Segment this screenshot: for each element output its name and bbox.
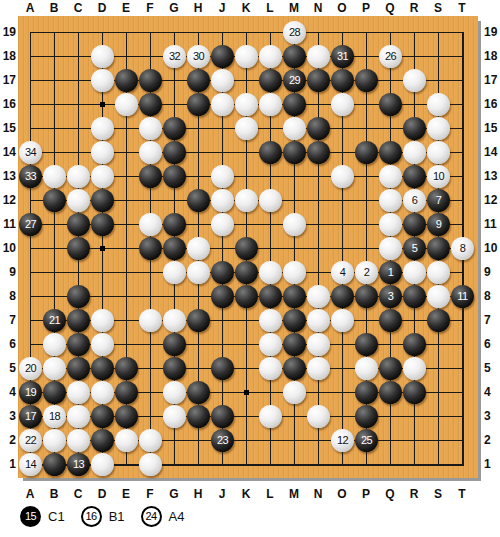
stone-K15 [235,117,258,140]
stone-L3 [259,405,282,428]
move-number: 29 [283,69,306,92]
stone-J8 [211,285,234,308]
col-label-bottom-J: J [214,487,230,501]
stone-H3 [187,405,210,428]
stone-M18 [283,45,306,68]
stone-M8 [283,285,306,308]
col-label-top-M: M [286,1,302,15]
stone-F16 [139,93,162,116]
stone-A13: 33 [19,165,42,188]
stone-S14 [427,141,450,164]
col-label-bottom-T: T [454,487,470,501]
col-label-bottom-F: F [142,487,158,501]
move-number: 27 [19,213,42,236]
move-number: 34 [19,141,42,164]
move-number: 9 [427,213,450,236]
move-number: 32 [163,45,186,68]
row-label-left-14: 14 [0,145,16,159]
star-point-D10 [100,246,105,251]
stone-D6 [91,333,114,356]
move-number: 22 [19,429,42,452]
stone-C8 [67,285,90,308]
stone-O8 [331,285,354,308]
stone-C11 [67,213,90,236]
row-label-left-8: 8 [0,289,16,303]
move-number: 33 [19,165,42,188]
stone-O17 [331,69,354,92]
col-label-bottom-Q: Q [382,487,398,501]
row-label-right-9: 9 [484,265,500,279]
stone-L5 [259,357,282,380]
stone-N3 [307,405,330,428]
stone-K18 [235,45,258,68]
stone-H9 [187,261,210,284]
stone-Q12 [379,189,402,212]
stone-H10 [187,237,210,260]
stone-N14 [307,141,330,164]
stone-D18 [91,45,114,68]
stone-S10 [427,237,450,260]
stone-M5 [283,357,306,380]
stone-Q11 [379,213,402,236]
col-label-top-H: H [190,1,206,15]
stone-F2 [139,429,162,452]
stone-O18: 31 [331,45,354,68]
stone-J5 [211,357,234,380]
stone-S11: 9 [427,213,450,236]
stone-C13 [67,165,90,188]
stone-A11: 27 [19,213,42,236]
move-number: 3 [379,285,402,308]
row-label-left-2: 2 [0,433,16,447]
stone-C12 [67,189,90,212]
stone-Q8: 3 [379,285,402,308]
stone-D7 [91,309,114,332]
stone-G18: 32 [163,45,186,68]
move-number: 31 [331,45,354,68]
stone-G5 [163,357,186,380]
col-label-bottom-R: R [406,487,422,501]
stone-F7 [139,309,162,332]
stone-F11 [139,213,162,236]
row-label-right-7: 7 [484,313,500,327]
stone-R8 [403,285,426,308]
stone-P2: 25 [355,429,378,452]
stone-H18: 30 [187,45,210,68]
stone-Q4 [379,381,402,404]
stone-E2 [115,429,138,452]
stone-L18 [259,45,282,68]
row-label-left-15: 15 [0,121,16,135]
move-number: 4 [331,261,354,284]
row-label-left-17: 17 [0,73,16,87]
row-label-left-3: 3 [0,409,16,423]
stone-G6 [163,333,186,356]
stone-B2 [43,429,66,452]
stone-S16 [427,93,450,116]
col-label-bottom-H: H [190,487,206,501]
stone-R17 [403,69,426,92]
row-label-right-15: 15 [484,121,500,135]
stone-G9 [163,261,186,284]
stone-N17 [307,69,330,92]
col-label-bottom-B: B [46,487,62,501]
stone-F13 [139,165,162,188]
stone-N8 [307,285,330,308]
row-label-right-13: 13 [484,169,500,183]
stone-D2 [91,429,114,452]
stone-G4 [163,381,186,404]
stone-J18 [211,45,234,68]
col-label-top-O: O [334,1,350,15]
stone-K16 [235,93,258,116]
row-label-left-11: 11 [0,217,16,231]
col-label-top-T: T [454,1,470,15]
stone-P17 [355,69,378,92]
col-label-top-K: K [238,1,254,15]
stone-F17 [139,69,162,92]
stone-G15 [163,117,186,140]
stone-N7 [307,309,330,332]
stone-S9 [427,261,450,284]
stone-J17 [211,69,234,92]
stone-O13 [331,165,354,188]
stone-M16 [283,93,306,116]
col-label-bottom-A: A [22,487,38,501]
stone-L7 [259,309,282,332]
stone-O9: 4 [331,261,354,284]
move-number: 7 [427,189,450,212]
caption-stone-16: 16 [81,506,102,527]
stone-B3: 18 [43,405,66,428]
stone-B5 [43,357,66,380]
stone-M15 [283,117,306,140]
stone-C1: 13 [67,453,90,476]
stone-H17 [187,69,210,92]
stone-K10 [235,237,258,260]
stone-L16 [259,93,282,116]
move-number: 17 [19,405,42,428]
stone-Q5 [379,357,402,380]
stone-R15 [403,117,426,140]
stone-S7 [427,309,450,332]
stone-M9 [283,261,306,284]
stone-K12 [235,189,258,212]
col-label-top-C: C [70,1,86,15]
stone-G13 [163,165,186,188]
stone-T10: 8 [451,237,474,260]
stone-H7 [187,309,210,332]
stone-R12: 6 [403,189,426,212]
col-label-top-S: S [430,1,446,15]
stone-J3 [211,405,234,428]
stone-S13: 10 [427,165,450,188]
stone-F15 [139,117,162,140]
row-label-left-13: 13 [0,169,16,183]
col-label-top-D: D [94,1,110,15]
caption-stone-15: 15 [20,506,41,527]
row-label-left-7: 7 [0,313,16,327]
caption-stone-24: 24 [141,506,162,527]
stone-F1 [139,453,162,476]
go-board[interactable]: 2832303126293433106727958421311212019171… [18,16,478,478]
stone-D3 [91,405,114,428]
stone-R11 [403,213,426,236]
stone-N5 [307,357,330,380]
stone-B4 [43,381,66,404]
stone-R5 [403,357,426,380]
stone-M6 [283,333,306,356]
col-label-bottom-E: E [118,487,134,501]
stone-S15 [427,117,450,140]
stone-C5 [67,357,90,380]
stone-E16 [115,93,138,116]
stone-J16 [211,93,234,116]
stone-D5 [91,357,114,380]
stone-Q18: 26 [379,45,402,68]
stone-C4 [67,381,90,404]
row-label-right-10: 10 [484,241,500,255]
move-number: 26 [379,45,402,68]
stone-T8: 11 [451,285,474,308]
col-label-top-F: F [142,1,158,15]
stone-D17 [91,69,114,92]
stone-O2: 12 [331,429,354,452]
col-label-top-B: B [46,1,62,15]
move-number: 30 [187,45,210,68]
stone-C3 [67,405,90,428]
stone-P9: 2 [355,261,378,284]
col-label-bottom-M: M [286,487,302,501]
stone-L12 [259,189,282,212]
row-label-right-19: 19 [484,25,500,39]
grid-line-h [30,32,464,33]
stone-N15 [307,117,330,140]
col-label-top-N: N [310,1,326,15]
stone-B1 [43,453,66,476]
row-label-right-18: 18 [484,49,500,63]
stone-G11 [163,213,186,236]
stone-C7 [67,309,90,332]
move-caption: 15C116B124A4 [20,504,200,528]
move-number: 1 [379,261,402,284]
star-point-D16 [100,102,105,107]
move-number: 13 [67,453,90,476]
stone-Q13 [379,165,402,188]
row-label-right-3: 3 [484,409,500,423]
stone-C6 [67,333,90,356]
stone-H16 [187,93,210,116]
stone-L8 [259,285,282,308]
row-label-left-4: 4 [0,385,16,399]
stone-R6 [403,333,426,356]
stone-L9 [259,261,282,284]
move-number: 18 [43,405,66,428]
stone-C2 [67,429,90,452]
stone-F14 [139,141,162,164]
row-label-right-4: 4 [484,385,500,399]
stone-G7 [163,309,186,332]
col-label-bottom-L: L [262,487,278,501]
go-diagram: 2832303126293433106727958421311212019171… [0,0,500,537]
stone-A3: 17 [19,405,42,428]
row-label-right-12: 12 [484,193,500,207]
move-number: 14 [19,453,42,476]
stone-D13 [91,165,114,188]
col-label-top-E: E [118,1,134,15]
stone-G14 [163,141,186,164]
stone-M4 [283,381,306,404]
stone-K9 [235,261,258,284]
stone-Q7 [379,309,402,332]
stone-E5 [115,357,138,380]
stone-D4 [91,381,114,404]
stone-F10 [139,237,162,260]
stone-Q14 [379,141,402,164]
col-label-top-P: P [358,1,374,15]
stone-K8 [235,285,258,308]
move-number: 6 [403,189,426,212]
col-label-top-J: J [214,1,230,15]
row-label-left-6: 6 [0,337,16,351]
row-label-left-18: 18 [0,49,16,63]
stone-B6 [43,333,66,356]
stone-J9 [211,261,234,284]
star-point-K4 [244,390,249,395]
stone-P3 [355,405,378,428]
row-label-right-16: 16 [484,97,500,111]
stone-D14 [91,141,114,164]
move-number: 8 [451,237,474,260]
col-label-top-L: L [262,1,278,15]
stone-P6 [355,333,378,356]
stone-A14: 34 [19,141,42,164]
stone-G10 [163,237,186,260]
stone-R10: 5 [403,237,426,260]
grid-line-v [318,32,319,466]
stone-R14 [403,141,426,164]
stone-A4: 19 [19,381,42,404]
col-label-bottom-S: S [430,487,446,501]
row-label-right-1: 1 [484,457,500,471]
stone-E17 [115,69,138,92]
row-label-left-12: 12 [0,193,16,207]
col-label-bottom-C: C [70,487,86,501]
row-label-left-5: 5 [0,361,16,375]
move-number: 12 [331,429,354,452]
stone-C10 [67,237,90,260]
move-number: 25 [355,429,378,452]
stone-J2: 23 [211,429,234,452]
stone-M7 [283,309,306,332]
row-label-right-2: 2 [484,433,500,447]
stone-M19: 28 [283,21,306,44]
stone-Q10 [379,237,402,260]
stone-D15 [91,117,114,140]
move-number: 5 [403,237,426,260]
stone-P4 [355,381,378,404]
stone-J12 [211,189,234,212]
stone-E3 [115,405,138,428]
row-label-right-17: 17 [484,73,500,87]
move-number: 11 [451,285,474,308]
stone-J11 [211,213,234,236]
move-number: 2 [355,261,378,284]
row-label-right-6: 6 [484,337,500,351]
stone-D1 [91,453,114,476]
stone-B13 [43,165,66,188]
row-label-left-1: 1 [0,457,16,471]
col-label-bottom-K: K [238,487,254,501]
stone-A5: 20 [19,357,42,380]
stone-P14 [355,141,378,164]
row-label-right-11: 11 [484,217,500,231]
stone-D12 [91,189,114,212]
stone-N6 [307,333,330,356]
move-number: 19 [19,381,42,404]
stone-L6 [259,333,282,356]
move-number: 28 [283,21,306,44]
stone-Q16 [379,93,402,116]
stone-R13 [403,165,426,188]
col-label-bottom-O: O [334,487,350,501]
stone-M11 [283,213,306,236]
stone-M14 [283,141,306,164]
col-label-bottom-D: D [94,487,110,501]
col-label-top-A: A [22,1,38,15]
move-number: 21 [43,309,66,332]
row-label-left-19: 19 [0,25,16,39]
col-label-bottom-G: G [166,487,182,501]
stone-P8 [355,285,378,308]
stone-H4 [187,381,210,404]
stone-P5 [355,357,378,380]
row-label-right-8: 8 [484,289,500,303]
col-label-top-G: G [166,1,182,15]
stone-D11 [91,213,114,236]
caption-point-C1: C1 [48,509,65,524]
stone-A1: 14 [19,453,42,476]
stone-N18 [307,45,330,68]
stone-S8 [427,285,450,308]
stone-B7: 21 [43,309,66,332]
stone-J13 [211,165,234,188]
caption-point-A4: A4 [169,509,185,524]
row-label-right-5: 5 [484,361,500,375]
row-label-left-9: 9 [0,265,16,279]
stone-H12 [187,189,210,212]
stone-R9 [403,261,426,284]
stone-R4 [403,381,426,404]
stone-A2: 22 [19,429,42,452]
row-label-right-14: 14 [484,145,500,159]
col-label-top-R: R [406,1,422,15]
stone-L17 [259,69,282,92]
row-label-left-16: 16 [0,97,16,111]
stone-S12: 7 [427,189,450,212]
stone-B12 [43,189,66,212]
stone-M17: 29 [283,69,306,92]
move-number: 20 [19,357,42,380]
col-label-bottom-N: N [310,487,326,501]
stone-L14 [259,141,282,164]
move-number: 10 [427,165,450,188]
stone-Q9: 1 [379,261,402,284]
stone-O16 [331,93,354,116]
caption-point-B1: B1 [109,509,125,524]
stone-O7 [331,309,354,332]
move-number: 23 [211,429,234,452]
